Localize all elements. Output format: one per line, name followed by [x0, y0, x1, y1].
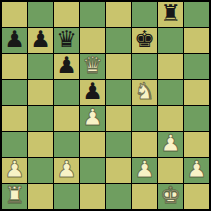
white-knight[interactable]: ♞ — [134, 80, 155, 103]
square-e3[interactable] — [106, 132, 131, 157]
square-e2[interactable] — [106, 158, 131, 183]
square-b1[interactable] — [28, 184, 53, 209]
white-pawn[interactable]: ♟ — [82, 106, 103, 129]
square-g1[interactable]: ♚ — [158, 184, 183, 209]
black-pawn[interactable]: ♟ — [4, 28, 25, 51]
square-g6[interactable] — [158, 54, 183, 79]
square-g7[interactable] — [158, 28, 183, 53]
square-a1[interactable]: ♜ — [2, 184, 27, 209]
square-h2[interactable]: ♟ — [184, 158, 209, 183]
square-d7[interactable] — [80, 28, 105, 53]
square-g5[interactable] — [158, 80, 183, 105]
square-g4[interactable] — [158, 106, 183, 131]
square-c5[interactable] — [54, 80, 79, 105]
black-pawn[interactable]: ♟ — [30, 28, 51, 51]
square-f5[interactable]: ♞ — [132, 80, 157, 105]
square-d1[interactable] — [80, 184, 105, 209]
square-f6[interactable] — [132, 54, 157, 79]
white-pawn[interactable]: ♟ — [160, 132, 181, 155]
square-c4[interactable] — [54, 106, 79, 131]
square-a8[interactable] — [2, 2, 27, 27]
square-d3[interactable] — [80, 132, 105, 157]
square-h6[interactable] — [184, 54, 209, 79]
square-h8[interactable] — [184, 2, 209, 27]
square-e7[interactable] — [106, 28, 131, 53]
square-c8[interactable] — [54, 2, 79, 27]
square-a7[interactable]: ♟ — [2, 28, 27, 53]
square-h5[interactable] — [184, 80, 209, 105]
square-f8[interactable] — [132, 2, 157, 27]
white-pawn[interactable]: ♟ — [4, 158, 25, 181]
square-f7[interactable]: ♚ — [132, 28, 157, 53]
square-h7[interactable] — [184, 28, 209, 53]
square-h3[interactable] — [184, 132, 209, 157]
black-pawn[interactable]: ♟ — [82, 80, 103, 103]
white-pawn[interactable]: ♟ — [56, 158, 77, 181]
square-e5[interactable] — [106, 80, 131, 105]
square-e8[interactable] — [106, 2, 131, 27]
square-e1[interactable] — [106, 184, 131, 209]
square-c6[interactable]: ♟ — [54, 54, 79, 79]
square-f4[interactable] — [132, 106, 157, 131]
square-a5[interactable] — [2, 80, 27, 105]
square-a6[interactable] — [2, 54, 27, 79]
square-c1[interactable] — [54, 184, 79, 209]
square-e4[interactable] — [106, 106, 131, 131]
square-f2[interactable]: ♟ — [132, 158, 157, 183]
square-e6[interactable] — [106, 54, 131, 79]
chess-board: ♜♟♟♛♚♟♛♟♞♟♟♟♟♟♟♜♚ — [0, 0, 211, 211]
square-b3[interactable] — [28, 132, 53, 157]
square-c2[interactable]: ♟ — [54, 158, 79, 183]
square-h1[interactable] — [184, 184, 209, 209]
square-f1[interactable] — [132, 184, 157, 209]
black-queen[interactable]: ♛ — [56, 28, 77, 51]
white-queen[interactable]: ♛ — [82, 54, 103, 77]
square-b6[interactable] — [28, 54, 53, 79]
square-b8[interactable] — [28, 2, 53, 27]
square-d4[interactable]: ♟ — [80, 106, 105, 131]
black-pawn[interactable]: ♟ — [56, 54, 77, 77]
black-rook[interactable]: ♜ — [160, 2, 181, 25]
square-f3[interactable] — [132, 132, 157, 157]
square-c3[interactable] — [54, 132, 79, 157]
square-b7[interactable]: ♟ — [28, 28, 53, 53]
white-rook[interactable]: ♜ — [4, 184, 25, 207]
square-d5[interactable]: ♟ — [80, 80, 105, 105]
square-b2[interactable] — [28, 158, 53, 183]
square-h4[interactable] — [184, 106, 209, 131]
square-b4[interactable] — [28, 106, 53, 131]
square-g3[interactable]: ♟ — [158, 132, 183, 157]
square-b5[interactable] — [28, 80, 53, 105]
square-a3[interactable] — [2, 132, 27, 157]
black-king[interactable]: ♚ — [134, 28, 155, 51]
square-a4[interactable] — [2, 106, 27, 131]
white-king[interactable]: ♚ — [160, 184, 181, 207]
square-g2[interactable] — [158, 158, 183, 183]
white-pawn[interactable]: ♟ — [186, 158, 207, 181]
square-d8[interactable] — [80, 2, 105, 27]
square-d2[interactable] — [80, 158, 105, 183]
square-a2[interactable]: ♟ — [2, 158, 27, 183]
white-pawn[interactable]: ♟ — [134, 158, 155, 181]
square-d6[interactable]: ♛ — [80, 54, 105, 79]
square-g8[interactable]: ♜ — [158, 2, 183, 27]
square-c7[interactable]: ♛ — [54, 28, 79, 53]
